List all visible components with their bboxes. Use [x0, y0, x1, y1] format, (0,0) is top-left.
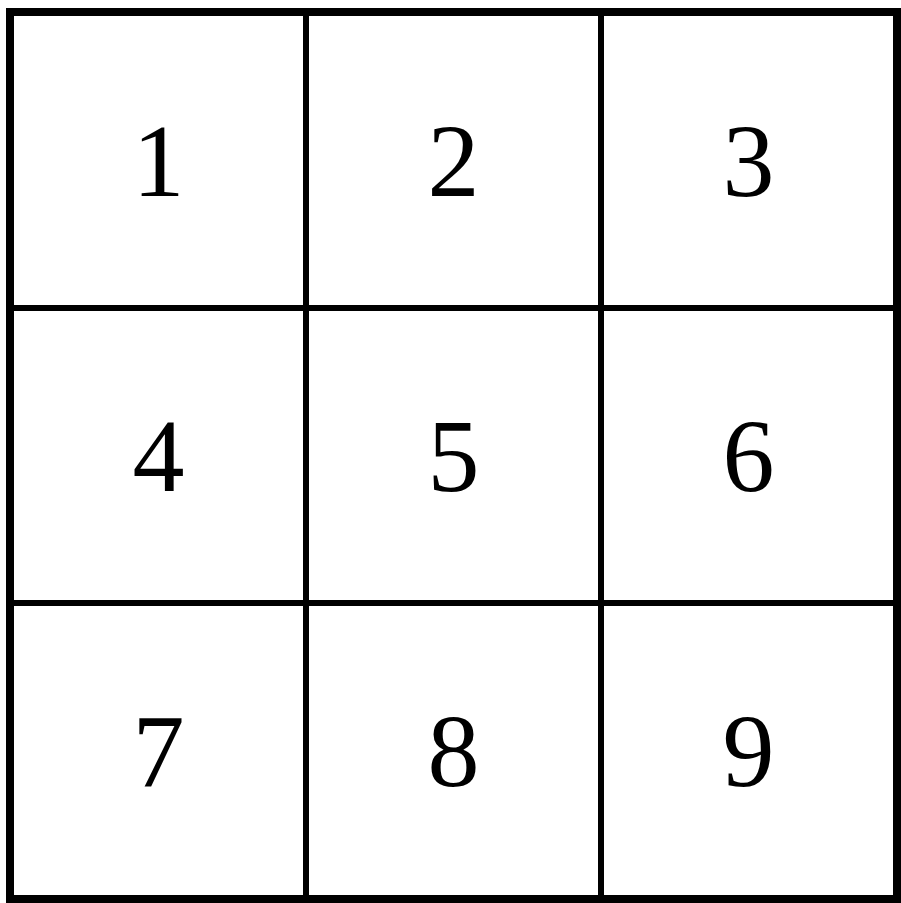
grid-cell-r3c1[interactable]: 7 — [14, 606, 303, 895]
grid-cell-r2c2[interactable]: 5 — [309, 311, 598, 600]
grid-cell-r3c2[interactable]: 8 — [309, 606, 598, 895]
grid-cell-r1c2[interactable]: 2 — [309, 16, 598, 305]
grid-cell-r2c1[interactable]: 4 — [14, 311, 303, 600]
grid-cell-r3c3[interactable]: 9 — [604, 606, 893, 895]
game-board: 1 2 3 4 5 6 7 8 9 — [6, 8, 901, 903]
grid-cell-r1c3[interactable]: 3 — [604, 16, 893, 305]
grid-cell-r1c1[interactable]: 1 — [14, 16, 303, 305]
grid-cell-r2c3[interactable]: 6 — [604, 311, 893, 600]
